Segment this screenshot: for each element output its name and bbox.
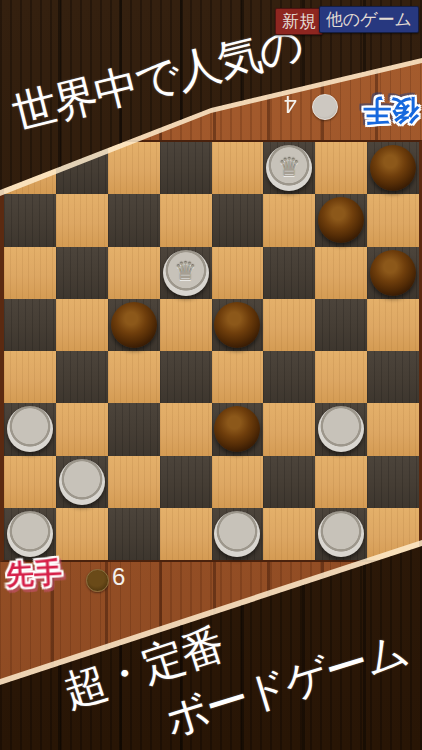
board-square[interactable] (367, 299, 419, 351)
checker-piece-light[interactable] (214, 511, 260, 557)
board-square[interactable] (263, 403, 315, 455)
board-square[interactable] (56, 508, 108, 560)
sente-player-badge: 先手 (5, 559, 62, 590)
game-screen: ♛♛ 世界中で人気の 超・定番 ボードゲーム 新規 他のゲーム 後手 4 先手 … (0, 0, 422, 750)
board-square[interactable] (108, 194, 160, 246)
board-square[interactable] (212, 194, 264, 246)
board-square[interactable] (315, 247, 367, 299)
board-square[interactable] (367, 194, 419, 246)
board-square[interactable] (263, 508, 315, 560)
board-square[interactable] (56, 247, 108, 299)
board-square[interactable] (4, 247, 56, 299)
board-square[interactable] (108, 351, 160, 403)
checker-piece-dark[interactable] (318, 197, 364, 243)
board-square[interactable] (367, 456, 419, 508)
board-square[interactable] (367, 403, 419, 455)
board-square[interactable] (4, 351, 56, 403)
checker-piece-light-king[interactable]: ♛ (163, 250, 209, 296)
king-crown-icon: ♛ (278, 155, 300, 180)
board-square[interactable] (212, 351, 264, 403)
checker-piece-dark[interactable] (370, 250, 416, 296)
board-square[interactable] (263, 194, 315, 246)
board-square[interactable] (315, 142, 367, 194)
board-square[interactable] (212, 456, 264, 508)
board-square[interactable] (56, 351, 108, 403)
board-square[interactable] (315, 351, 367, 403)
board-square[interactable] (263, 247, 315, 299)
board-square[interactable] (56, 403, 108, 455)
checker-piece-light[interactable] (318, 406, 364, 452)
board-square[interactable] (263, 456, 315, 508)
captured-light-piece-icon (312, 94, 338, 120)
board-square[interactable] (4, 456, 56, 508)
checkers-board[interactable]: ♛♛ (0, 140, 422, 562)
board-square[interactable] (263, 351, 315, 403)
checker-piece-dark[interactable] (111, 302, 157, 348)
checker-piece-light-king[interactable]: ♛ (266, 145, 312, 191)
board-square[interactable] (108, 508, 160, 560)
checker-piece-light[interactable] (318, 511, 364, 557)
board-square[interactable] (4, 194, 56, 246)
board-square[interactable] (108, 403, 160, 455)
board-square[interactable] (160, 403, 212, 455)
board-square[interactable] (160, 299, 212, 351)
new-game-button[interactable]: 新規 (275, 8, 323, 35)
board-square[interactable] (160, 194, 212, 246)
board-square[interactable] (315, 299, 367, 351)
king-crown-icon: ♛ (174, 259, 196, 284)
board-square[interactable] (315, 456, 367, 508)
board-square[interactable] (160, 142, 212, 194)
board-square[interactable] (4, 299, 56, 351)
board-square[interactable] (56, 299, 108, 351)
gote-player-badge: 後手 (363, 96, 419, 124)
board-square[interactable] (56, 194, 108, 246)
checker-piece-light[interactable] (7, 406, 53, 452)
board-square[interactable] (160, 456, 212, 508)
board-square[interactable] (212, 247, 264, 299)
captured-dark-piece-icon (86, 569, 109, 592)
board-square[interactable] (108, 247, 160, 299)
checker-piece-dark[interactable] (370, 145, 416, 191)
other-games-button[interactable]: 他のゲーム (319, 6, 419, 33)
board-square[interactable] (160, 351, 212, 403)
checker-piece-dark[interactable] (214, 406, 260, 452)
sente-captured-count: 6 (112, 565, 125, 589)
checker-piece-light[interactable] (7, 511, 53, 557)
board-square[interactable] (108, 456, 160, 508)
checker-piece-light[interactable] (59, 459, 105, 505)
board-square[interactable] (263, 299, 315, 351)
board-square[interactable] (367, 351, 419, 403)
gote-captured-count: 4 (284, 92, 297, 115)
board-square[interactable] (212, 142, 264, 194)
board-square[interactable] (160, 508, 212, 560)
checker-piece-dark[interactable] (214, 302, 260, 348)
